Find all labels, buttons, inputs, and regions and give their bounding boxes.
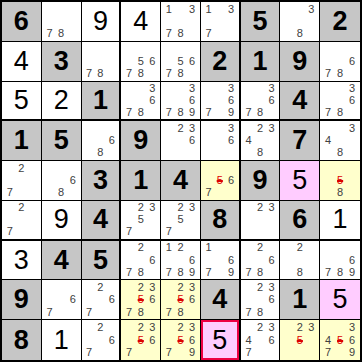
- candidate-1: 1: [203, 242, 214, 254]
- candidate-8: 8: [175, 266, 187, 278]
- candidate-6: 6: [106, 334, 117, 347]
- candidate-7: 7: [203, 187, 214, 199]
- given-digit: 4: [93, 206, 108, 233]
- candidate-8: 8: [55, 28, 67, 40]
- pencil-marks: 3678: [121, 82, 160, 120]
- candidate-1: 1: [163, 3, 175, 15]
- candidate-5: 5: [135, 214, 147, 226]
- solved-digit: 9: [54, 206, 69, 233]
- cell-r5c8[interactable]: 5: [280, 161, 320, 201]
- candidate-2: 2: [175, 242, 187, 254]
- cell-r5c7[interactable]: 9: [241, 161, 281, 201]
- candidate-7: 7: [243, 306, 255, 318]
- candidate-8: 8: [55, 187, 67, 199]
- pencil-marks: 5678: [121, 42, 160, 81]
- candidate-7: 7: [123, 306, 135, 318]
- candidate-8: 8: [95, 147, 106, 159]
- pencil-marks: 1378: [161, 2, 200, 41]
- candidate-6: 6: [147, 334, 159, 347]
- candidate-5-eliminated: 5: [135, 294, 147, 306]
- candidate-7: 7: [163, 306, 175, 318]
- candidate-4: 4: [322, 334, 334, 347]
- candidate-6: 6: [346, 94, 358, 106]
- candidate-1: 1: [203, 3, 214, 15]
- given-digit: 4: [212, 286, 227, 313]
- candidate-6: 6: [225, 94, 236, 106]
- candidate-2: 2: [95, 321, 106, 334]
- solved-digit: 4: [133, 8, 148, 35]
- candidate-8: 8: [175, 306, 187, 318]
- cell-r3c4[interactable]: 3678: [121, 82, 161, 122]
- candidate-6: 6: [266, 94, 278, 106]
- cell-r5c3[interactable]: 3: [82, 161, 122, 201]
- cell-r2c2[interactable]: 3: [42, 42, 82, 82]
- candidate-5-eliminated: 5: [334, 334, 346, 347]
- cell-r7c6[interactable]: 1679: [201, 241, 241, 281]
- candidate-7: 7: [322, 106, 334, 118]
- pencil-marks: 235678: [161, 280, 200, 319]
- pencil-marks: 23: [241, 201, 280, 239]
- candidate-9: 9: [225, 106, 236, 118]
- cell-r6c8[interactable]: 6: [280, 201, 320, 241]
- candidate-5-eliminated: 5: [175, 294, 187, 306]
- given-digit: 1: [133, 167, 148, 194]
- pencil-marks: 28: [280, 241, 319, 280]
- candidate-7: 7: [322, 67, 334, 79]
- candidate-8: 8: [175, 67, 187, 79]
- given-digit: 3: [54, 48, 69, 75]
- candidate-3: 3: [186, 83, 198, 95]
- cell-r8c8[interactable]: 1: [280, 280, 320, 320]
- candidate-7: 7: [203, 28, 214, 40]
- candidate-8: 8: [135, 106, 147, 118]
- candidate-7: 7: [163, 67, 175, 79]
- candidate-6: 6: [266, 334, 278, 347]
- cell-r5c4[interactable]: 1: [121, 161, 161, 201]
- cell-r7c4[interactable]: 2678: [121, 241, 161, 281]
- cell-r7c5[interactable]: 126789: [161, 241, 201, 281]
- given-digit: 8: [212, 206, 227, 233]
- candidate-8: 8: [334, 266, 346, 278]
- candidate-6: 6: [67, 294, 79, 306]
- candidate-8: 8: [135, 266, 147, 278]
- candidate-7: 7: [123, 67, 135, 79]
- pencil-marks: 23567: [121, 320, 160, 360]
- candidate-3: 3: [147, 281, 159, 293]
- pencil-marks: 345679: [320, 320, 360, 360]
- candidate-6: 6: [106, 135, 117, 147]
- pencil-marks: 2357: [161, 201, 200, 239]
- pencil-marks: 6789: [320, 241, 360, 280]
- candidate-8: 8: [334, 187, 346, 199]
- solved-digit: 4: [14, 48, 29, 75]
- pencil-marks: 126789: [161, 241, 200, 280]
- given-digit: 9: [14, 286, 29, 313]
- solved-digit: 5: [212, 327, 227, 354]
- candidate-3: 3: [225, 83, 236, 95]
- cell-r1c7[interactable]: 5: [241, 2, 281, 42]
- cell-r9c8[interactable]: 235: [280, 320, 320, 360]
- candidate-6: 6: [186, 55, 198, 67]
- pencil-marks: 3678: [241, 82, 280, 120]
- given-digit: 9: [253, 167, 268, 194]
- candidate-7: 7: [243, 346, 255, 359]
- given-digit: 1: [253, 48, 268, 75]
- candidate-3: 3: [266, 281, 278, 293]
- solved-digit: 1: [54, 327, 69, 354]
- sudoku-board: 6789413781375382437856785678219678521367…: [0, 0, 362, 362]
- pencil-marks: 5678: [161, 42, 200, 81]
- pencil-marks: 236: [161, 121, 200, 160]
- candidate-5-eliminated: 5: [175, 334, 187, 347]
- cell-r1c9[interactable]: 2: [320, 2, 360, 42]
- cell-r4c9[interactable]: 348: [320, 121, 360, 161]
- cell-r9c4[interactable]: 23567: [121, 320, 161, 360]
- candidate-7: 7: [243, 106, 255, 118]
- cell-r1c3[interactable]: 9: [82, 2, 122, 42]
- candidate-5-eliminated: 5: [334, 174, 346, 186]
- pencil-marks: 38: [280, 2, 319, 41]
- given-digit: 6: [292, 206, 307, 233]
- candidate-2: 2: [254, 122, 266, 134]
- candidate-3: 3: [186, 122, 198, 134]
- candidate-7: 7: [163, 266, 175, 278]
- candidate-6: 6: [186, 334, 198, 347]
- cell-r3c2[interactable]: 2: [42, 82, 82, 122]
- pencil-marks: 235: [280, 320, 319, 360]
- cell-r7c1[interactable]: 3: [2, 241, 42, 281]
- cell-r9c9[interactable]: 345679: [320, 320, 360, 360]
- cell-r4c6[interactable]: 36: [201, 121, 241, 161]
- candidate-7: 7: [243, 266, 255, 278]
- pencil-marks: 2357: [121, 201, 160, 239]
- cell-r4c2[interactable]: 5: [42, 121, 82, 161]
- candidate-6: 6: [186, 135, 198, 147]
- candidate-7: 7: [44, 306, 56, 318]
- candidate-8: 8: [334, 147, 346, 159]
- candidate-9: 9: [186, 266, 198, 278]
- cell-r8c6[interactable]: 4: [201, 280, 241, 320]
- candidate-3: 3: [266, 83, 278, 95]
- candidate-3: 3: [306, 321, 318, 334]
- cell-r2c6[interactable]: 2: [201, 42, 241, 82]
- candidate-3: 3: [346, 83, 358, 95]
- cell-r1c2[interactable]: 78: [42, 2, 82, 42]
- candidate-3: 3: [346, 321, 358, 334]
- given-digit: 4: [54, 247, 69, 274]
- candidate-8: 8: [254, 106, 266, 118]
- pencil-marks: 678: [320, 42, 360, 81]
- candidate-3: 3: [346, 122, 358, 134]
- candidate-2: 2: [16, 162, 28, 174]
- cell-r7c3[interactable]: 5: [82, 241, 122, 281]
- candidate-7: 7: [322, 266, 334, 278]
- candidate-6: 6: [225, 174, 236, 186]
- candidate-8: 8: [294, 266, 306, 278]
- pencil-marks: 68: [82, 121, 120, 160]
- candidate-6: 6: [266, 254, 278, 266]
- candidate-3: 3: [186, 281, 198, 293]
- given-digit: 2: [212, 48, 227, 75]
- candidate-7: 7: [84, 346, 95, 359]
- cell-r6c4[interactable]: 2357: [121, 201, 161, 241]
- candidate-6: 6: [186, 254, 198, 266]
- candidate-3: 3: [266, 122, 278, 134]
- cell-r2c4[interactable]: 5678: [121, 42, 161, 82]
- given-digit: 4: [292, 87, 307, 114]
- cell-r6c6[interactable]: 8: [201, 201, 241, 241]
- pencil-marks: 23467: [241, 320, 280, 360]
- cell-r5c5[interactable]: 4: [161, 161, 201, 201]
- candidate-6: 6: [67, 174, 79, 186]
- candidate-5: 5: [175, 55, 187, 67]
- candidate-7: 7: [163, 346, 175, 359]
- cell-r6c3[interactable]: 4: [82, 201, 122, 241]
- cell-r8c4[interactable]: 235678: [121, 280, 161, 320]
- cell-r1c8[interactable]: 38: [280, 2, 320, 42]
- pencil-marks: 3679: [201, 82, 239, 120]
- cell-r8c7[interactable]: 23678: [241, 280, 281, 320]
- candidate-7: 7: [123, 346, 135, 359]
- candidate-5-eliminated: 5: [214, 174, 225, 186]
- candidate-8: 8: [254, 306, 266, 318]
- candidate-7: 7: [163, 106, 175, 118]
- cell-r2c7[interactable]: 1: [241, 42, 281, 82]
- candidate-2: 2: [135, 202, 147, 214]
- pencil-marks: 2678: [121, 241, 160, 280]
- candidate-6: 6: [225, 135, 236, 147]
- cell-r8c9[interactable]: 5: [320, 280, 360, 320]
- candidate-8: 8: [95, 67, 106, 79]
- cell-r4c7[interactable]: 2348: [241, 121, 281, 161]
- candidate-5-eliminated: 5: [135, 334, 147, 347]
- cell-r7c2[interactable]: 4: [42, 241, 82, 281]
- given-digit: 2: [333, 8, 348, 35]
- pencil-marks: 36: [201, 121, 239, 160]
- cell-r6c5[interactable]: 2357: [161, 201, 201, 241]
- candidate-5-eliminated: 5: [294, 334, 306, 347]
- given-digit: 1: [14, 127, 29, 154]
- cell-r8c5[interactable]: 235678: [161, 280, 201, 320]
- candidate-9: 9: [346, 266, 358, 278]
- cell-r4c8[interactable]: 7: [280, 121, 320, 161]
- cell-r6c2[interactable]: 9: [42, 201, 82, 241]
- cell-r2c8[interactable]: 9: [280, 42, 320, 82]
- cell-r2c3[interactable]: 78: [82, 42, 122, 82]
- solved-digit: 2: [54, 87, 69, 114]
- candidate-6: 6: [147, 55, 159, 67]
- candidate-8: 8: [294, 28, 306, 40]
- candidate-6: 6: [186, 94, 198, 106]
- candidate-7: 7: [123, 226, 135, 238]
- cell-r3c7[interactable]: 3678: [241, 82, 281, 122]
- candidate-2: 2: [254, 242, 266, 254]
- pencil-marks: 567: [201, 161, 239, 200]
- candidate-7: 7: [203, 106, 214, 118]
- pencil-marks: 78: [42, 2, 81, 41]
- candidate-6: 6: [225, 254, 236, 266]
- given-digit: 7: [292, 127, 307, 154]
- candidate-3: 3: [186, 3, 198, 15]
- pencil-marks: 137: [201, 2, 239, 41]
- cell-r3c1[interactable]: 5: [2, 82, 42, 122]
- cell-r8c1[interactable]: 9: [2, 280, 42, 320]
- cell-r2c5[interactable]: 5678: [161, 42, 201, 82]
- candidate-8: 8: [175, 28, 187, 40]
- candidate-9: 9: [186, 106, 198, 118]
- pencil-marks: 235678: [121, 280, 160, 319]
- candidate-2: 2: [16, 202, 28, 214]
- cell-r3c5[interactable]: 36789: [161, 82, 201, 122]
- candidate-2: 2: [175, 321, 187, 334]
- given-digit: 5: [253, 8, 268, 35]
- candidate-7: 7: [84, 306, 95, 318]
- candidate-6: 6: [147, 94, 159, 106]
- cell-r2c9[interactable]: 678: [320, 42, 360, 82]
- cell-r5c2[interactable]: 68: [42, 161, 82, 201]
- candidate-3: 3: [147, 83, 159, 95]
- pencil-marks: 36789: [161, 82, 200, 120]
- candidate-3: 3: [186, 321, 198, 334]
- cell-r5c9[interactable]: 58: [320, 161, 360, 201]
- candidate-2: 2: [254, 321, 266, 334]
- candidate-8: 8: [135, 67, 147, 79]
- pencil-marks: 267: [82, 280, 120, 319]
- pencil-marks: 58: [320, 161, 360, 200]
- cell-r7c7[interactable]: 2678: [241, 241, 281, 281]
- candidate-8: 8: [334, 67, 346, 79]
- given-digit: 5: [93, 247, 108, 274]
- given-digit: 6: [14, 8, 29, 35]
- cell-r4c1[interactable]: 1: [2, 121, 42, 161]
- candidate-7: 7: [4, 226, 16, 238]
- candidate-3: 3: [266, 321, 278, 334]
- pencil-marks: 348: [320, 121, 360, 160]
- candidate-7: 7: [4, 187, 16, 199]
- candidate-5: 5: [175, 214, 187, 226]
- candidate-8: 8: [175, 106, 187, 118]
- pencil-marks: 67: [42, 280, 81, 319]
- candidate-2: 2: [254, 202, 266, 214]
- candidate-7: 7: [123, 106, 135, 118]
- candidate-3: 3: [225, 122, 236, 134]
- solved-digit: 9: [93, 8, 108, 35]
- candidate-9: 9: [346, 346, 358, 359]
- candidate-3: 3: [147, 321, 159, 334]
- candidate-8: 8: [254, 147, 266, 159]
- cell-r5c6[interactable]: 567: [201, 161, 241, 201]
- cell-r9c6[interactable]: 5: [201, 320, 241, 360]
- cell-r3c3[interactable]: 1: [82, 82, 122, 122]
- pencil-marks: 23678: [241, 280, 280, 319]
- candidate-2: 2: [175, 202, 187, 214]
- candidate-2: 2: [95, 281, 106, 293]
- candidate-8: 8: [254, 266, 266, 278]
- cell-r4c3[interactable]: 68: [82, 121, 122, 161]
- cell-r2c1[interactable]: 4: [2, 42, 42, 82]
- pencil-marks: 235679: [161, 320, 200, 360]
- solved-digit: 5: [292, 167, 307, 194]
- candidate-6: 6: [106, 294, 117, 306]
- candidate-7: 7: [44, 28, 56, 40]
- candidate-2: 2: [175, 281, 187, 293]
- candidate-6: 6: [346, 334, 358, 347]
- cell-r8c3[interactable]: 267: [82, 280, 122, 320]
- candidate-2: 2: [294, 321, 306, 334]
- candidate-2: 2: [254, 281, 266, 293]
- given-digit: 3: [93, 167, 108, 194]
- candidate-6: 6: [346, 254, 358, 266]
- candidate-5: 5: [135, 55, 147, 67]
- candidate-2: 2: [175, 122, 187, 134]
- candidate-6: 6: [346, 55, 358, 67]
- candidate-9: 9: [186, 346, 198, 359]
- given-digit: 9: [292, 48, 307, 75]
- cell-r3c6[interactable]: 3679: [201, 82, 241, 122]
- cell-r6c7[interactable]: 23: [241, 201, 281, 241]
- candidate-2: 2: [135, 321, 147, 334]
- cell-r1c6[interactable]: 137: [201, 2, 241, 42]
- candidate-2: 2: [294, 242, 306, 254]
- cell-r5c1[interactable]: 27: [2, 161, 42, 201]
- candidate-9: 9: [225, 266, 236, 278]
- cell-r7c8[interactable]: 28: [280, 241, 320, 281]
- given-digit: 1: [292, 286, 307, 313]
- cell-r6c9[interactable]: 1: [320, 201, 360, 241]
- cell-r8c2[interactable]: 67: [42, 280, 82, 320]
- cell-r1c4[interactable]: 4: [121, 2, 161, 42]
- given-digit: 9: [133, 127, 148, 154]
- cell-r4c5[interactable]: 236: [161, 121, 201, 161]
- candidate-3: 3: [147, 202, 159, 214]
- pencil-marks: 78: [82, 42, 120, 81]
- candidate-4: 4: [243, 135, 255, 147]
- cell-r9c1[interactable]: 8: [2, 320, 42, 360]
- solved-digit: 1: [333, 206, 348, 233]
- candidate-7: 7: [163, 226, 175, 238]
- cell-r9c5[interactable]: 235679: [161, 320, 201, 360]
- cell-r4c4[interactable]: 9: [121, 121, 161, 161]
- candidate-7: 7: [203, 266, 214, 278]
- cell-r3c9[interactable]: 3678: [320, 82, 360, 122]
- cell-r9c3[interactable]: 267: [82, 320, 122, 360]
- pencil-marks: 2348: [241, 121, 280, 160]
- pencil-marks: 27: [2, 201, 41, 239]
- candidate-6: 6: [186, 294, 198, 306]
- cell-r3c8[interactable]: 4: [280, 82, 320, 122]
- solved-digit: 3: [14, 247, 29, 274]
- candidate-1: 1: [163, 242, 175, 254]
- candidate-7: 7: [123, 266, 135, 278]
- cell-r7c9[interactable]: 6789: [320, 241, 360, 281]
- cell-r1c1[interactable]: 6: [2, 2, 42, 42]
- cell-r1c5[interactable]: 1378: [161, 2, 201, 42]
- candidate-2: 2: [135, 242, 147, 254]
- pencil-marks: 68: [42, 161, 81, 200]
- pencil-marks: 267: [82, 320, 120, 360]
- cell-r6c1[interactable]: 27: [2, 201, 42, 241]
- candidate-7: 7: [163, 28, 175, 40]
- candidate-3: 3: [306, 3, 318, 15]
- candidate-3: 3: [225, 3, 236, 15]
- given-digit: 4: [173, 167, 188, 194]
- candidate-8: 8: [135, 306, 147, 318]
- solved-digit: 5: [14, 87, 29, 114]
- candidate-8: 8: [334, 106, 346, 118]
- cell-r9c2[interactable]: 1: [42, 320, 82, 360]
- cell-r9c7[interactable]: 23467: [241, 320, 281, 360]
- candidate-7: 7: [322, 346, 334, 359]
